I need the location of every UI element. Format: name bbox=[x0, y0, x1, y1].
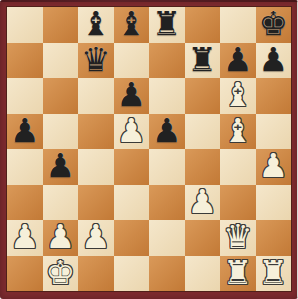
black-rook-e8[interactable]: ♜ bbox=[152, 6, 182, 42]
square-c6[interactable] bbox=[78, 78, 114, 114]
white-pawn-c2[interactable]: ♟ bbox=[81, 219, 111, 255]
black-pawn-d6[interactable]: ♟ bbox=[116, 77, 146, 113]
square-a1[interactable] bbox=[7, 256, 43, 292]
white-rook-h1[interactable]: ♜ bbox=[258, 255, 288, 291]
square-d7[interactable] bbox=[114, 43, 150, 79]
square-d6[interactable]: ♟ bbox=[114, 78, 150, 114]
square-f3[interactable]: ♟ bbox=[185, 185, 221, 221]
square-e3[interactable] bbox=[149, 185, 185, 221]
square-d8[interactable]: ♝ bbox=[114, 7, 150, 43]
square-g1[interactable]: ♜ bbox=[220, 256, 256, 292]
board-frame: ♝♝♜♚♛♜♟♟♟♝♟♟♟♝♟♟♟♟♟♟♛♚♜♜ bbox=[0, 0, 298, 299]
square-e5[interactable]: ♟ bbox=[149, 114, 185, 150]
white-queen-g2[interactable]: ♛ bbox=[223, 219, 253, 255]
square-g4[interactable] bbox=[220, 149, 256, 185]
square-e2[interactable] bbox=[149, 220, 185, 256]
black-queen-c7[interactable]: ♛ bbox=[81, 42, 111, 78]
square-e4[interactable] bbox=[149, 149, 185, 185]
square-b5[interactable] bbox=[43, 114, 79, 150]
square-a2[interactable]: ♟ bbox=[7, 220, 43, 256]
square-h6[interactable] bbox=[256, 78, 292, 114]
square-g7[interactable]: ♟ bbox=[220, 43, 256, 79]
square-d1[interactable] bbox=[114, 256, 150, 292]
square-e6[interactable] bbox=[149, 78, 185, 114]
square-g8[interactable] bbox=[220, 7, 256, 43]
square-b3[interactable] bbox=[43, 185, 79, 221]
black-pawn-h7[interactable]: ♟ bbox=[258, 42, 288, 78]
square-c8[interactable]: ♝ bbox=[78, 7, 114, 43]
square-b1[interactable]: ♚ bbox=[43, 256, 79, 292]
black-pawn-e5[interactable]: ♟ bbox=[152, 113, 182, 149]
square-g3[interactable] bbox=[220, 185, 256, 221]
black-rook-f7[interactable]: ♜ bbox=[187, 42, 217, 78]
black-bishop-c8[interactable]: ♝ bbox=[81, 6, 111, 42]
square-a5[interactable]: ♟ bbox=[7, 114, 43, 150]
square-d5[interactable]: ♟ bbox=[114, 114, 150, 150]
black-bishop-d8[interactable]: ♝ bbox=[116, 6, 146, 42]
black-pawn-b4[interactable]: ♟ bbox=[45, 148, 75, 184]
square-b7[interactable] bbox=[43, 43, 79, 79]
square-h3[interactable] bbox=[256, 185, 292, 221]
square-a8[interactable] bbox=[7, 7, 43, 43]
square-d4[interactable] bbox=[114, 149, 150, 185]
black-pawn-g7[interactable]: ♟ bbox=[223, 42, 253, 78]
square-f4[interactable] bbox=[185, 149, 221, 185]
square-g5[interactable]: ♝ bbox=[220, 114, 256, 150]
square-d3[interactable] bbox=[114, 185, 150, 221]
white-pawn-f3[interactable]: ♟ bbox=[187, 184, 217, 220]
square-h7[interactable]: ♟ bbox=[256, 43, 292, 79]
white-pawn-b2[interactable]: ♟ bbox=[45, 219, 75, 255]
square-e1[interactable] bbox=[149, 256, 185, 292]
black-pawn-a5[interactable]: ♟ bbox=[10, 113, 40, 149]
square-c5[interactable] bbox=[78, 114, 114, 150]
square-b4[interactable]: ♟ bbox=[43, 149, 79, 185]
black-king-h8[interactable]: ♚ bbox=[258, 6, 288, 42]
square-a6[interactable] bbox=[7, 78, 43, 114]
frame-top-shadow bbox=[0, 0, 298, 2]
square-h1[interactable]: ♜ bbox=[256, 256, 292, 292]
square-b8[interactable] bbox=[43, 7, 79, 43]
square-c4[interactable] bbox=[78, 149, 114, 185]
image-right-edge bbox=[297, 0, 298, 299]
white-bishop-g5[interactable]: ♝ bbox=[223, 113, 253, 149]
square-e8[interactable]: ♜ bbox=[149, 7, 185, 43]
square-h8[interactable]: ♚ bbox=[256, 7, 292, 43]
square-f1[interactable] bbox=[185, 256, 221, 292]
square-e7[interactable] bbox=[149, 43, 185, 79]
square-g6[interactable]: ♝ bbox=[220, 78, 256, 114]
square-f7[interactable]: ♜ bbox=[185, 43, 221, 79]
white-bishop-g6[interactable]: ♝ bbox=[223, 77, 253, 113]
square-b6[interactable] bbox=[43, 78, 79, 114]
square-b2[interactable]: ♟ bbox=[43, 220, 79, 256]
square-c1[interactable] bbox=[78, 256, 114, 292]
square-c2[interactable]: ♟ bbox=[78, 220, 114, 256]
square-a4[interactable] bbox=[7, 149, 43, 185]
white-rook-g1[interactable]: ♜ bbox=[223, 255, 253, 291]
chess-board: ♝♝♜♚♛♜♟♟♟♝♟♟♟♝♟♟♟♟♟♟♛♚♜♜ bbox=[7, 7, 291, 291]
square-f5[interactable] bbox=[185, 114, 221, 150]
white-pawn-h4[interactable]: ♟ bbox=[258, 148, 288, 184]
square-d2[interactable] bbox=[114, 220, 150, 256]
square-h4[interactable]: ♟ bbox=[256, 149, 292, 185]
square-g2[interactable]: ♛ bbox=[220, 220, 256, 256]
square-f6[interactable] bbox=[185, 78, 221, 114]
square-f2[interactable] bbox=[185, 220, 221, 256]
square-a3[interactable] bbox=[7, 185, 43, 221]
square-a7[interactable] bbox=[7, 43, 43, 79]
white-king-b1[interactable]: ♚ bbox=[45, 255, 75, 291]
square-h2[interactable] bbox=[256, 220, 292, 256]
square-f8[interactable] bbox=[185, 7, 221, 43]
square-c3[interactable] bbox=[78, 185, 114, 221]
white-pawn-d5[interactable]: ♟ bbox=[116, 113, 146, 149]
square-h5[interactable] bbox=[256, 114, 292, 150]
square-c7[interactable]: ♛ bbox=[78, 43, 114, 79]
white-pawn-a2[interactable]: ♟ bbox=[10, 219, 40, 255]
